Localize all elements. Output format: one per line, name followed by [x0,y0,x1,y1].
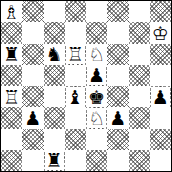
square-d3[interactable] [65,107,86,128]
square-h2[interactable] [150,129,171,150]
chess-board-frame: ♗♔♜♞♖♘♟♖♝♚♟♟♘♟♜ [0,0,172,172]
square-g3[interactable] [129,107,150,128]
black-knight-c6[interactable]: ♞ [45,44,64,64]
square-d4[interactable]: ♝ [65,86,86,107]
square-g2[interactable] [129,129,150,150]
square-c5[interactable] [44,65,65,86]
square-f3[interactable]: ♟ [107,107,128,128]
square-c6[interactable]: ♞ [44,44,65,65]
square-g7[interactable] [129,22,150,43]
square-b2[interactable] [22,129,43,150]
square-b7[interactable] [22,22,43,43]
square-b6[interactable] [22,44,43,65]
square-e5[interactable]: ♟ [86,65,107,86]
square-c3[interactable] [44,107,65,128]
square-e6[interactable]: ♘ [86,44,107,65]
square-f4[interactable] [107,86,128,107]
chess-board: ♗♔♜♞♖♘♟♖♝♚♟♟♘♟♜ [1,1,171,171]
square-a4[interactable]: ♖ [1,86,22,107]
black-rook-a6[interactable]: ♜ [2,44,21,64]
white-bishop-a8[interactable]: ♗ [2,2,21,22]
square-f1[interactable] [107,150,128,171]
square-g1[interactable] [129,150,150,171]
black-rook-c1[interactable]: ♜ [45,150,64,170]
square-b4[interactable] [22,86,43,107]
square-g5[interactable] [129,65,150,86]
white-knight-e3[interactable]: ♘ [87,108,106,128]
square-f7[interactable] [107,22,128,43]
square-c2[interactable] [44,129,65,150]
square-h5[interactable] [150,65,171,86]
black-pawn-h4[interactable]: ♟ [151,87,170,107]
square-e3[interactable]: ♘ [86,107,107,128]
square-c4[interactable] [44,86,65,107]
black-bishop-d4[interactable]: ♝ [66,87,85,107]
square-a6[interactable]: ♜ [1,44,22,65]
black-king-e4[interactable]: ♚ [87,87,106,107]
black-pawn-b3[interactable]: ♟ [23,108,42,128]
square-a5[interactable] [1,65,22,86]
square-e2[interactable] [86,129,107,150]
square-h6[interactable] [150,44,171,65]
square-h3[interactable] [150,107,171,128]
square-b3[interactable]: ♟ [22,107,43,128]
square-d6[interactable]: ♖ [65,44,86,65]
square-h4[interactable]: ♟ [150,86,171,107]
square-c1[interactable]: ♜ [44,150,65,171]
square-h7[interactable]: ♔ [150,22,171,43]
square-d5[interactable] [65,65,86,86]
square-f6[interactable] [107,44,128,65]
square-e8[interactable] [86,1,107,22]
square-f5[interactable] [107,65,128,86]
square-b5[interactable] [22,65,43,86]
black-pawn-e5[interactable]: ♟ [87,65,106,85]
square-h8[interactable] [150,1,171,22]
square-g8[interactable] [129,1,150,22]
square-a3[interactable] [1,107,22,128]
white-rook-d6[interactable]: ♖ [66,44,85,64]
square-g6[interactable] [129,44,150,65]
square-a1[interactable] [1,150,22,171]
square-d8[interactable] [65,1,86,22]
square-f2[interactable] [107,129,128,150]
square-d2[interactable] [65,129,86,150]
square-a7[interactable] [1,22,22,43]
white-king-h7[interactable]: ♔ [151,23,170,43]
square-d7[interactable] [65,22,86,43]
square-e4[interactable]: ♚ [86,86,107,107]
square-a8[interactable]: ♗ [1,1,22,22]
white-rook-a4[interactable]: ♖ [2,87,21,107]
square-c7[interactable] [44,22,65,43]
square-f8[interactable] [107,1,128,22]
square-b8[interactable] [22,1,43,22]
square-a2[interactable] [1,129,22,150]
square-d1[interactable] [65,150,86,171]
black-pawn-f3[interactable]: ♟ [108,108,127,128]
square-b1[interactable] [22,150,43,171]
square-e7[interactable] [86,22,107,43]
square-e1[interactable] [86,150,107,171]
white-knight-e6[interactable]: ♘ [87,44,106,64]
square-g4[interactable] [129,86,150,107]
square-c8[interactable] [44,1,65,22]
square-h1[interactable] [150,150,171,171]
